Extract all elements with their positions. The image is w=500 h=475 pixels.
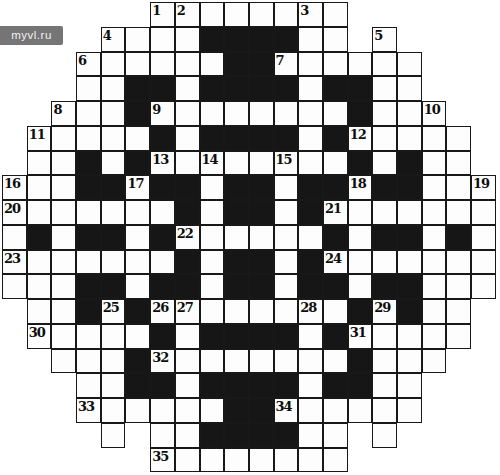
white-cell-r18c9[interactable] [224,448,249,473]
white-cell-r10c11[interactable] [274,250,299,275]
white-cell-r16c6[interactable] [150,398,175,423]
white-cell-r6c1[interactable] [27,151,52,176]
white-cell-r6c11[interactable]: 15 [274,151,299,176]
white-cell-r12c2[interactable] [51,299,76,324]
white-cell-r8c11[interactable] [274,200,299,225]
white-cell-r2c7[interactable] [175,52,200,77]
white-cell-r4c9[interactable] [224,101,249,126]
white-cell-r6c7[interactable] [175,151,200,176]
white-cell-r0c8[interactable] [200,2,225,27]
white-cell-r14c17[interactable] [422,349,447,374]
black-cell-r9c13 [323,225,348,250]
white-cell-r4c10[interactable] [249,101,274,126]
black-cell-r11c3 [76,274,101,299]
black-cell-r14c5 [125,349,150,374]
black-cell-r8c10 [249,200,274,225]
white-cell-r2c12[interactable] [298,52,323,77]
clue-number-9: 9 [152,102,160,117]
black-cell-r15c13 [323,373,348,398]
white-cell-r0c11[interactable] [274,2,299,27]
black-cell-r5c13 [323,126,348,151]
white-cell-r17c12[interactable] [298,423,323,448]
black-cell-r6c16 [397,151,422,176]
white-cell-r13c5[interactable] [125,324,150,349]
white-cell-r8c13[interactable]: 21 [323,200,348,225]
white-cell-r11c5[interactable] [125,274,150,299]
white-cell-r11c11[interactable] [274,274,299,299]
white-cell-r6c12[interactable] [298,151,323,176]
white-cell-r8c3[interactable] [76,200,101,225]
white-cell-r10c2[interactable] [51,250,76,275]
white-cell-r5c12[interactable] [298,126,323,151]
white-cell-r2c4[interactable] [101,52,126,77]
white-cell-r6c9[interactable] [224,151,249,176]
white-cell-r3c16[interactable] [397,76,422,101]
white-cell-r12c13[interactable] [323,299,348,324]
black-cell-r10c7 [175,250,200,275]
black-cell-r15c9 [224,373,249,398]
white-cell-r4c16[interactable] [397,101,422,126]
white-cell-r2c16[interactable] [397,52,422,77]
white-cell-r17c6[interactable] [150,423,175,448]
white-cell-r14c4[interactable] [101,349,126,374]
black-cell-r13c13 [323,324,348,349]
white-cell-r1c13[interactable] [323,27,348,52]
white-cell-r18c12[interactable] [298,448,323,473]
black-cell-r4c14 [348,101,373,126]
white-cell-r14c13[interactable] [323,349,348,374]
black-cell-r7c4 [101,175,126,200]
white-cell-r11c17[interactable] [422,274,447,299]
black-cell-r16c9 [224,398,249,423]
clue-number-14: 14 [202,152,218,167]
white-cell-r16c11[interactable]: 34 [274,398,299,423]
black-cell-r17c8 [200,423,225,448]
white-cell-r12c8[interactable] [200,299,225,324]
clue-number-2: 2 [177,3,185,18]
white-cell-r7c5[interactable]: 17 [125,175,150,200]
white-cell-r12c12[interactable]: 28 [298,299,323,324]
white-cell-r6c2[interactable] [51,151,76,176]
white-cell-r1c5[interactable] [125,27,150,52]
white-cell-r6c10[interactable] [249,151,274,176]
white-cell-r9c8[interactable] [200,225,225,250]
white-cell-r4c7[interactable] [175,101,200,126]
clue-number-31: 31 [350,325,366,340]
black-cell-r11c9 [224,274,249,299]
black-cell-r15c6 [150,373,175,398]
black-cell-r13c10 [249,324,274,349]
white-cell-r10c19[interactable] [471,250,496,275]
black-cell-r10c9 [224,250,249,275]
crossword-grid: 1234567891011121314151617181920212223242… [2,2,496,472]
clue-number-32: 32 [152,350,168,365]
white-cell-r18c13[interactable] [323,448,348,473]
white-cell-r16c16[interactable] [397,398,422,423]
white-cell-r15c16[interactable] [397,373,422,398]
black-cell-r17c9 [224,423,249,448]
white-cell-r16c3[interactable]: 33 [76,398,101,423]
white-cell-r9c19[interactable] [471,225,496,250]
white-cell-r0c7[interactable]: 2 [175,2,200,27]
black-cell-r7c7 [175,175,200,200]
black-cell-r9c15 [372,225,397,250]
white-cell-r12c10[interactable] [249,299,274,324]
white-cell-r12c18[interactable] [446,299,471,324]
white-cell-r3c12[interactable] [298,76,323,101]
white-cell-r3c4[interactable] [101,76,126,101]
white-cell-r7c1[interactable] [27,175,52,200]
white-cell-r9c14[interactable] [348,225,373,250]
white-cell-r12c17[interactable] [422,299,447,324]
white-cell-r5c2[interactable] [51,126,76,151]
clue-number-29: 29 [374,300,390,315]
black-cell-r15c11 [274,373,299,398]
white-cell-r6c8[interactable]: 14 [200,151,225,176]
black-cell-r11c13 [323,274,348,299]
white-cell-r13c12[interactable] [298,324,323,349]
white-cell-r13c17[interactable] [422,324,447,349]
black-cell-r9c4 [101,225,126,250]
white-cell-r17c15[interactable] [372,423,397,448]
white-cell-r8c4[interactable] [101,200,126,225]
white-cell-r14c12[interactable] [298,349,323,374]
white-cell-r12c11[interactable] [274,299,299,324]
white-cell-r4c15[interactable] [372,101,397,126]
white-cell-r5c18[interactable] [446,126,471,151]
white-cell-r10c14[interactable] [348,250,373,275]
white-cell-r5c3[interactable] [76,126,101,151]
black-cell-r7c10 [249,175,274,200]
clue-number-24: 24 [325,251,341,266]
white-cell-r1c15[interactable]: 5 [372,27,397,52]
white-cell-r5c17[interactable] [422,126,447,151]
black-cell-r9c3 [76,225,101,250]
white-cell-r13c15[interactable] [372,324,397,349]
black-cell-r3c13 [323,76,348,101]
white-cell-r10c18[interactable] [446,250,471,275]
white-cell-r13c4[interactable] [101,324,126,349]
white-cell-r5c5[interactable] [125,126,150,151]
white-cell-r4c4[interactable] [101,101,126,126]
white-cell-r14c11[interactable] [274,349,299,374]
white-cell-r10c1[interactable] [27,250,52,275]
black-cell-r5c9 [224,126,249,151]
white-cell-r16c13[interactable] [323,398,348,423]
white-cell-r8c16[interactable] [397,200,422,225]
white-cell-r5c15[interactable] [372,126,397,151]
white-cell-r6c17[interactable] [422,151,447,176]
clue-number-15: 15 [276,152,292,167]
clue-number-6: 6 [78,53,86,68]
black-cell-r7c15 [372,175,397,200]
white-cell-r13c14[interactable]: 31 [348,324,373,349]
white-cell-r5c14[interactable]: 12 [348,126,373,151]
white-cell-r14c8[interactable] [200,349,225,374]
white-cell-r8c14[interactable] [348,200,373,225]
white-cell-r4c11[interactable] [274,101,299,126]
black-cell-r3c9 [224,76,249,101]
white-cell-r11c8[interactable] [200,274,225,299]
black-cell-r5c8 [200,126,225,151]
white-cell-r5c7[interactable] [175,126,200,151]
white-cell-r17c4[interactable] [101,423,126,448]
white-cell-r1c12[interactable] [298,27,323,52]
white-cell-r6c15[interactable] [372,151,397,176]
white-cell-r14c6[interactable]: 32 [150,349,175,374]
white-cell-r13c18[interactable] [446,324,471,349]
clue-number-12: 12 [350,127,366,142]
white-cell-r9c7[interactable]: 22 [175,225,200,250]
clue-number-17: 17 [127,176,143,191]
white-cell-r5c16[interactable] [397,126,422,151]
black-cell-r10c12 [298,250,323,275]
white-cell-r0c6[interactable]: 1 [150,2,175,27]
clue-number-33: 33 [78,399,94,414]
white-cell-r2c13[interactable] [323,52,348,77]
white-cell-r16c15[interactable] [372,398,397,423]
white-cell-r17c13[interactable] [323,423,348,448]
black-cell-r11c12 [298,274,323,299]
white-cell-r10c4[interactable] [101,250,126,275]
white-cell-r12c7[interactable]: 27 [175,299,200,324]
white-cell-r16c12[interactable] [298,398,323,423]
black-cell-r17c11 [274,423,299,448]
white-cell-r17c7[interactable] [175,423,200,448]
clue-number-30: 30 [29,325,45,340]
white-cell-r8c5[interactable] [125,200,150,225]
crossword-page: { "game": "crossword", "watermark": { "t… [0,0,500,475]
white-cell-r7c0[interactable]: 16 [2,175,27,200]
black-cell-r13c6 [150,324,175,349]
white-cell-r9c2[interactable] [51,225,76,250]
white-cell-r7c19[interactable]: 19 [471,175,496,200]
black-cell-r7c6 [150,175,175,200]
white-cell-r10c5[interactable] [125,250,150,275]
white-cell-r8c0[interactable]: 20 [2,200,27,225]
black-cell-r2c9 [224,52,249,77]
white-cell-r9c0[interactable] [2,225,27,250]
white-cell-r10c3[interactable] [76,250,101,275]
white-cell-r10c8[interactable] [200,250,225,275]
black-cell-r14c14 [348,349,373,374]
clue-number-3: 3 [300,3,308,18]
white-cell-r2c15[interactable] [372,52,397,77]
white-cell-r11c2[interactable] [51,274,76,299]
white-cell-r10c17[interactable] [422,250,447,275]
white-cell-r2c8[interactable] [200,52,225,77]
white-cell-r8c8[interactable] [200,200,225,225]
black-cell-r15c14 [348,373,373,398]
white-cell-r15c3[interactable] [76,373,101,398]
white-cell-r4c13[interactable] [323,101,348,126]
black-cell-r13c11 [274,324,299,349]
white-cell-r9c5[interactable] [125,225,150,250]
white-cell-r0c13[interactable] [323,2,348,27]
white-cell-r6c4[interactable] [101,151,126,176]
white-cell-r18c11[interactable] [274,448,299,473]
white-cell-r4c12[interactable] [298,101,323,126]
black-cell-r8c7 [175,200,200,225]
white-cell-r6c13[interactable] [323,151,348,176]
white-cell-r14c2[interactable] [51,349,76,374]
white-cell-r12c15[interactable]: 29 [372,299,397,324]
clue-number-22: 22 [177,226,193,241]
white-cell-r9c10[interactable] [249,225,274,250]
black-cell-r3c5 [125,76,150,101]
white-cell-r15c12[interactable] [298,373,323,398]
white-cell-r16c14[interactable] [348,398,373,423]
black-cell-r6c14 [348,151,373,176]
white-cell-r13c1[interactable]: 30 [27,324,52,349]
white-cell-r10c6[interactable] [150,250,175,275]
clue-number-23: 23 [4,251,20,266]
white-cell-r14c16[interactable] [397,349,422,374]
white-cell-r9c17[interactable] [422,225,447,250]
black-cell-r7c9 [224,175,249,200]
black-cell-r7c13 [323,175,348,200]
white-cell-r14c3[interactable] [76,349,101,374]
white-cell-r12c1[interactable] [27,299,52,324]
white-cell-r7c2[interactable] [51,175,76,200]
white-cell-r18c6[interactable]: 35 [150,448,175,473]
white-cell-r3c7[interactable] [175,76,200,101]
black-cell-r15c5 [125,373,150,398]
white-cell-r12c4[interactable]: 25 [101,299,126,324]
white-cell-r18c7[interactable] [175,448,200,473]
white-cell-r10c13[interactable]: 24 [323,250,348,275]
white-cell-r10c0[interactable]: 23 [2,250,27,275]
black-cell-r11c15 [372,274,397,299]
white-cell-r9c9[interactable] [224,225,249,250]
white-cell-r4c8[interactable] [200,101,225,126]
white-cell-r1c7[interactable] [175,27,200,52]
black-cell-r5c11 [274,126,299,151]
white-cell-r2c14[interactable] [348,52,373,77]
white-cell-r8c15[interactable] [372,200,397,225]
white-cell-r12c6[interactable]: 26 [150,299,175,324]
white-cell-r14c9[interactable] [224,349,249,374]
white-cell-r5c1[interactable]: 11 [27,126,52,151]
white-cell-r4c3[interactable] [76,101,101,126]
white-cell-r7c8[interactable] [200,175,225,200]
white-cell-r11c1[interactable] [27,274,52,299]
white-cell-r8c19[interactable] [471,200,496,225]
white-cell-r15c15[interactable] [372,373,397,398]
clue-number-10: 10 [424,102,440,117]
white-cell-r2c5[interactable] [125,52,150,77]
white-cell-r8c1[interactable] [27,200,52,225]
white-cell-r8c6[interactable] [150,200,175,225]
white-cell-r4c6[interactable]: 9 [150,101,175,126]
white-cell-r8c18[interactable] [446,200,471,225]
white-cell-r13c7[interactable] [175,324,200,349]
white-cell-r13c2[interactable] [51,324,76,349]
white-cell-r11c18[interactable] [446,274,471,299]
white-cell-r7c18[interactable] [446,175,471,200]
white-cell-r14c15[interactable] [372,349,397,374]
black-cell-r13c9 [224,324,249,349]
white-cell-r16c8[interactable] [200,398,225,423]
clue-number-18: 18 [350,176,366,191]
black-cell-r15c8 [200,373,225,398]
clue-number-20: 20 [4,201,20,216]
white-cell-r15c7[interactable] [175,373,200,398]
clue-number-21: 21 [325,201,341,216]
white-cell-r18c10[interactable] [249,448,274,473]
white-cell-r7c14[interactable]: 18 [348,175,373,200]
white-cell-r11c0[interactable] [2,274,27,299]
black-cell-r6c3 [76,151,101,176]
white-cell-r18c8[interactable] [200,448,225,473]
white-cell-r14c7[interactable] [175,349,200,374]
black-cell-r6c5 [125,151,150,176]
white-cell-r11c14[interactable] [348,274,373,299]
black-cell-r9c16 [397,225,422,250]
white-cell-r2c11[interactable]: 7 [274,52,299,77]
white-cell-r2c6[interactable] [150,52,175,77]
white-cell-r7c17[interactable] [422,175,447,200]
clue-number-5: 5 [374,28,382,43]
white-cell-r9c12[interactable] [298,225,323,250]
white-cell-r12c9[interactable] [224,299,249,324]
white-cell-r11c19[interactable] [471,274,496,299]
white-cell-r13c16[interactable] [397,324,422,349]
white-cell-r1c6[interactable] [150,27,175,52]
white-cell-r0c10[interactable] [249,2,274,27]
white-cell-r5c4[interactable] [101,126,126,151]
clue-number-1: 1 [152,3,160,18]
white-cell-r10c16[interactable] [397,250,422,275]
black-cell-r1c8 [200,27,225,52]
white-cell-r3c15[interactable] [372,76,397,101]
white-cell-r8c17[interactable] [422,200,447,225]
clue-number-35: 35 [152,449,168,464]
black-cell-r9c6 [150,225,175,250]
clue-number-8: 8 [53,102,61,117]
clue-number-11: 11 [29,127,45,142]
white-cell-r4c17[interactable]: 10 [422,101,447,126]
black-cell-r3c8 [200,76,225,101]
white-cell-r8c2[interactable] [51,200,76,225]
clue-number-16: 16 [4,176,20,191]
black-cell-r16c10 [249,398,274,423]
white-cell-r15c4[interactable] [101,373,126,398]
white-cell-r6c18[interactable] [446,151,471,176]
white-cell-r0c12[interactable]: 3 [298,2,323,27]
white-cell-r16c4[interactable] [101,398,126,423]
white-cell-r9c11[interactable] [274,225,299,250]
black-cell-r3c11 [274,76,299,101]
black-cell-r7c3 [76,175,101,200]
clue-number-26: 26 [152,300,168,315]
white-cell-r6c6[interactable]: 13 [150,151,175,176]
white-cell-r16c7[interactable] [175,398,200,423]
white-cell-r4c2[interactable]: 8 [51,101,76,126]
white-cell-r2c3[interactable]: 6 [76,52,101,77]
black-cell-r11c16 [397,274,422,299]
white-cell-r7c11[interactable] [274,175,299,200]
white-cell-r1c4[interactable]: 4 [101,27,126,52]
watermark-badge: myvl.ru [0,26,63,45]
white-cell-r10c15[interactable] [372,250,397,275]
white-cell-r13c3[interactable] [76,324,101,349]
white-cell-r14c10[interactable] [249,349,274,374]
black-cell-r5c6 [150,126,175,151]
white-cell-r16c5[interactable] [125,398,150,423]
white-cell-r3c3[interactable] [76,76,101,101]
white-cell-r0c9[interactable] [224,2,249,27]
